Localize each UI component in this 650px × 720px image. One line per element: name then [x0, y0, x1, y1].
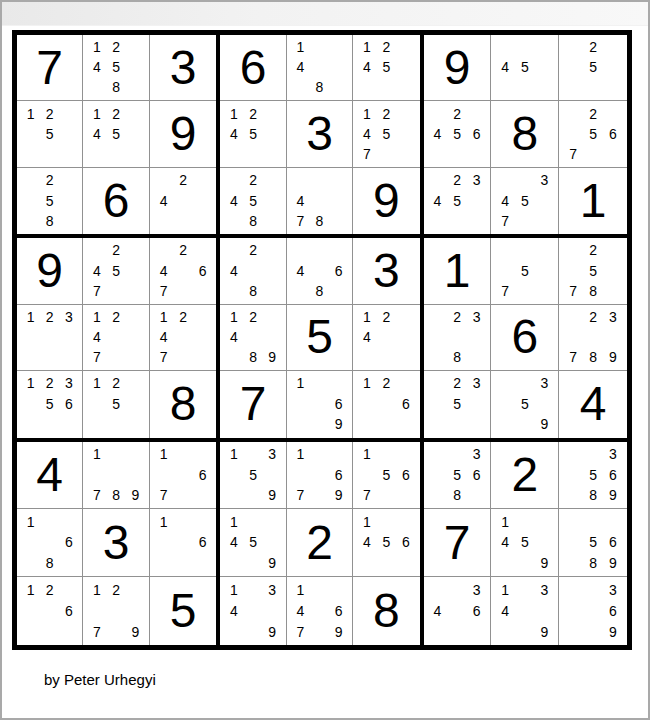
- cell-r7c4[interactable]: 1359: [220, 442, 286, 510]
- candidate-empty: [495, 373, 515, 393]
- candidate-empty: [329, 444, 348, 465]
- candidate-empty: [467, 190, 487, 210]
- candidate-grid: 45: [491, 35, 558, 100]
- candidate-digit-5: 5: [447, 464, 467, 485]
- candidate-digit-8: 8: [447, 347, 467, 367]
- candidate-digit-1: 1: [291, 579, 310, 600]
- candidate-digit-5: 5: [107, 394, 126, 414]
- cell-r3c7[interactable]: 2345: [424, 168, 492, 234]
- cell-r1c3[interactable]: 3: [150, 35, 216, 101]
- solved-digit: 5: [306, 313, 333, 361]
- candidate-digit-9: 9: [329, 414, 348, 434]
- cell-r6c7[interactable]: 235: [424, 371, 492, 437]
- candidate-empty: [396, 347, 415, 367]
- candidate-digit-3: 3: [535, 373, 555, 393]
- candidate-empty: [396, 37, 415, 57]
- candidate-empty: [329, 57, 348, 77]
- cell-r7c2[interactable]: 1789: [83, 442, 149, 510]
- candidate-digit-2: 2: [583, 103, 603, 123]
- cell-r3c8[interactable]: 3457: [491, 168, 559, 234]
- cell-r2c2[interactable]: 1245: [83, 101, 149, 167]
- cell-r1c5[interactable]: 148: [287, 35, 353, 101]
- cell-r9c1[interactable]: 126: [17, 577, 83, 645]
- candidate-empty: [396, 485, 415, 506]
- candidate-empty: [535, 37, 555, 57]
- cell-r9c6[interactable]: 8: [353, 577, 419, 645]
- candidate-digit-1: 1: [21, 307, 40, 327]
- cell-r9c5[interactable]: 14679: [287, 577, 353, 645]
- candidate-empty: [310, 621, 329, 642]
- cell-r6c6[interactable]: 126: [353, 371, 419, 437]
- candidate-empty: [263, 260, 282, 280]
- cell-r2c9[interactable]: 2567: [559, 101, 627, 167]
- candidate-digit-9: 9: [263, 553, 282, 574]
- cell-r6c5[interactable]: 169: [287, 371, 353, 437]
- cell-r3c3[interactable]: 24: [150, 168, 216, 234]
- cell-r5c2[interactable]: 1247: [83, 305, 149, 371]
- candidate-empty: [154, 532, 173, 553]
- candidate-empty: [263, 327, 282, 347]
- candidate-empty: [396, 373, 415, 393]
- candidate-empty: [126, 373, 145, 393]
- candidate-empty: [107, 621, 126, 642]
- candidate-grid: 126: [353, 371, 419, 437]
- candidate-empty: [59, 347, 78, 367]
- cell-r6c8[interactable]: 359: [491, 371, 559, 437]
- candidate-empty: [357, 464, 376, 485]
- candidate-empty: [563, 37, 583, 57]
- solved-digit: 9: [373, 177, 400, 225]
- candidate-empty: [59, 170, 78, 190]
- candidate-empty: [563, 327, 583, 347]
- cell-r1c2[interactable]: 12458: [83, 35, 149, 101]
- candidate-empty: [495, 621, 515, 642]
- cell-r4c9[interactable]: 2578: [559, 238, 627, 304]
- candidate-digit-2: 2: [377, 37, 396, 57]
- candidate-empty: [515, 511, 535, 532]
- cell-r9c9[interactable]: 369: [559, 577, 627, 645]
- cell-r4c4[interactable]: 248: [220, 238, 286, 304]
- cell-r5c9[interactable]: 23789: [559, 305, 627, 371]
- cell-r7c1[interactable]: 4: [17, 442, 83, 510]
- cell-r8c3[interactable]: 16: [150, 509, 216, 577]
- candidate-digit-9: 9: [263, 485, 282, 506]
- candidate-empty: [126, 327, 145, 347]
- cell-r7c8[interactable]: 2: [491, 442, 559, 510]
- cell-r2c6[interactable]: 12457: [353, 101, 419, 167]
- candidate-digit-8: 8: [310, 211, 329, 231]
- candidate-digit-1: 1: [87, 307, 106, 327]
- candidate-digit-4: 4: [87, 57, 106, 77]
- cell-r4c5[interactable]: 468: [287, 238, 353, 304]
- candidate-empty: [59, 579, 78, 600]
- cell-r4c1[interactable]: 9: [17, 238, 83, 304]
- candidate-empty: [126, 600, 145, 621]
- candidate-digit-8: 8: [40, 211, 59, 231]
- candidate-empty: [428, 464, 448, 485]
- candidate-empty: [173, 511, 192, 532]
- candidate-digit-2: 2: [40, 103, 59, 123]
- cell-r9c7[interactable]: 346: [424, 577, 492, 645]
- candidate-empty: [310, 373, 329, 393]
- cell-r5c5[interactable]: 5: [287, 305, 353, 371]
- candidate-empty: [193, 307, 212, 327]
- candidate-grid: 148: [287, 35, 352, 100]
- candidate-digit-4: 4: [357, 532, 376, 553]
- candidate-empty: [193, 170, 212, 190]
- candidate-empty: [154, 211, 173, 231]
- candidate-empty: [224, 553, 243, 574]
- candidate-empty: [535, 260, 555, 280]
- candidate-digit-1: 1: [21, 373, 40, 393]
- candidate-empty: [377, 144, 396, 164]
- candidate-empty: [563, 532, 583, 553]
- candidate-empty: [467, 103, 487, 123]
- candidate-empty: [224, 464, 243, 485]
- box-7: 4178916716831612612795: [17, 442, 220, 645]
- candidate-empty: [447, 144, 467, 164]
- candidate-empty: [243, 485, 262, 506]
- candidate-digit-1: 1: [224, 103, 243, 123]
- candidate-empty: [563, 579, 583, 600]
- candidate-digit-1: 1: [154, 444, 173, 465]
- candidate-empty: [21, 600, 40, 621]
- cell-r9c8[interactable]: 1349: [491, 577, 559, 645]
- candidate-digit-9: 9: [535, 621, 555, 642]
- candidate-empty: [126, 414, 145, 434]
- candidate-grid: 1459: [491, 509, 558, 576]
- candidate-grid: 1349: [491, 577, 558, 645]
- candidate-digit-5: 5: [583, 464, 603, 485]
- candidate-empty: [515, 373, 535, 393]
- candidate-empty: [603, 240, 623, 260]
- candidate-digit-2: 2: [107, 579, 126, 600]
- candidate-empty: [59, 124, 78, 144]
- candidate-digit-3: 3: [535, 579, 555, 600]
- candidate-empty: [563, 511, 583, 532]
- candidate-empty: [495, 553, 515, 574]
- cell-r1c9[interactable]: 25: [559, 35, 627, 101]
- candidate-empty: [377, 327, 396, 347]
- candidate-digit-7: 7: [291, 211, 310, 231]
- candidate-digit-5: 5: [40, 124, 59, 144]
- candidate-empty: [563, 260, 583, 280]
- candidate-digit-8: 8: [310, 281, 329, 301]
- candidate-empty: [535, 600, 555, 621]
- candidate-grid: 1789: [83, 442, 148, 509]
- candidate-empty: [87, 144, 106, 164]
- candidate-digit-8: 8: [107, 485, 126, 506]
- candidate-digit-2: 2: [40, 373, 59, 393]
- cell-r4c8[interactable]: 57: [491, 238, 559, 304]
- box-1: 712458312512459258624: [17, 35, 220, 238]
- cell-r2c3[interactable]: 9: [150, 101, 216, 167]
- candidate-grid: 1679: [287, 442, 352, 509]
- cell-r3c6[interactable]: 9: [353, 168, 419, 234]
- candidate-empty: [193, 211, 212, 231]
- box-5: 24846831248951247169126: [220, 238, 423, 441]
- candidate-empty: [428, 485, 448, 506]
- candidate-digit-3: 3: [535, 170, 555, 190]
- candidate-empty: [154, 170, 173, 190]
- cell-r7c5[interactable]: 1679: [287, 442, 353, 510]
- cell-r8c8[interactable]: 1459: [491, 509, 559, 577]
- candidate-grid: 248: [220, 238, 285, 303]
- cell-r4c3[interactable]: 2467: [150, 238, 216, 304]
- candidate-digit-5: 5: [447, 124, 467, 144]
- candidate-empty: [40, 621, 59, 642]
- candidate-empty: [563, 553, 583, 574]
- candidate-empty: [107, 347, 126, 367]
- cell-r4c7[interactable]: 1: [424, 238, 492, 304]
- candidate-empty: [357, 414, 376, 434]
- cell-r7c6[interactable]: 1567: [353, 442, 419, 510]
- candidate-digit-3: 3: [263, 444, 282, 465]
- candidate-empty: [243, 511, 262, 532]
- candidate-digit-9: 9: [263, 347, 282, 367]
- cell-r3c4[interactable]: 2458: [220, 168, 286, 234]
- cell-r3c2[interactable]: 6: [83, 168, 149, 234]
- cell-r8c6[interactable]: 1456: [353, 509, 419, 577]
- candidate-empty: [357, 347, 376, 367]
- cell-r1c4[interactable]: 6: [220, 35, 286, 101]
- cell-r6c2[interactable]: 125: [83, 371, 149, 437]
- candidate-empty: [291, 394, 310, 414]
- cell-r7c7[interactable]: 3568: [424, 442, 492, 510]
- candidate-grid: 168: [17, 509, 82, 576]
- cell-r5c4[interactable]: 12489: [220, 305, 286, 371]
- candidate-grid: 359: [491, 371, 558, 437]
- candidate-empty: [173, 464, 192, 485]
- cell-r5c1[interactable]: 123: [17, 305, 83, 371]
- candidate-empty: [428, 347, 448, 367]
- candidate-empty: [583, 511, 603, 532]
- cell-r2c4[interactable]: 1245: [220, 101, 286, 167]
- cell-r5c7[interactable]: 238: [424, 305, 492, 371]
- candidate-digit-8: 8: [583, 485, 603, 506]
- candidate-empty: [563, 307, 583, 327]
- candidate-digit-6: 6: [193, 532, 212, 553]
- cell-r1c8[interactable]: 45: [491, 35, 559, 101]
- cell-r6c1[interactable]: 12356: [17, 371, 83, 437]
- candidate-grid: 1245: [353, 35, 419, 100]
- candidate-empty: [357, 553, 376, 574]
- cell-r6c9[interactable]: 4: [559, 371, 627, 437]
- candidate-digit-2: 2: [243, 103, 262, 123]
- cell-r2c7[interactable]: 2456: [424, 101, 492, 167]
- candidate-digit-4: 4: [291, 190, 310, 210]
- candidate-empty: [377, 414, 396, 434]
- candidate-empty: [428, 327, 448, 347]
- solved-digit: 9: [444, 44, 471, 92]
- candidate-digit-5: 5: [447, 190, 467, 210]
- candidate-empty: [154, 240, 173, 260]
- cell-r7c3[interactable]: 167: [150, 442, 216, 510]
- candidate-digit-4: 4: [154, 327, 173, 347]
- candidate-empty: [583, 444, 603, 465]
- candidate-digit-1: 1: [291, 444, 310, 465]
- cell-r8c7[interactable]: 7: [424, 509, 492, 577]
- candidate-empty: [263, 511, 282, 532]
- solved-digit: 7: [36, 44, 63, 92]
- box-3: 94525245682567234534571: [424, 35, 627, 238]
- cell-r3c5[interactable]: 478: [287, 168, 353, 234]
- cell-r5c8[interactable]: 6: [491, 305, 559, 371]
- cell-r2c1[interactable]: 125: [17, 101, 83, 167]
- candidate-empty: [173, 281, 192, 301]
- candidate-empty: [224, 170, 243, 190]
- solved-digit: 4: [580, 380, 607, 428]
- candidate-empty: [467, 211, 487, 231]
- cell-r5c6[interactable]: 124: [353, 305, 419, 371]
- cell-r2c8[interactable]: 8: [491, 101, 559, 167]
- candidate-digit-7: 7: [563, 347, 583, 367]
- candidate-digit-9: 9: [329, 485, 348, 506]
- candidate-digit-2: 2: [40, 579, 59, 600]
- candidate-digit-6: 6: [193, 260, 212, 280]
- candidate-empty: [603, 77, 623, 97]
- candidate-empty: [263, 103, 282, 123]
- candidate-empty: [563, 57, 583, 77]
- candidate-empty: [21, 124, 40, 144]
- solved-digit: 8: [511, 110, 538, 158]
- candidate-empty: [310, 57, 329, 77]
- candidate-digit-7: 7: [87, 485, 106, 506]
- candidate-empty: [329, 170, 348, 190]
- candidate-empty: [603, 260, 623, 280]
- candidate-empty: [291, 281, 310, 301]
- candidate-empty: [291, 77, 310, 97]
- candidate-empty: [193, 553, 212, 574]
- candidate-empty: [447, 327, 467, 347]
- candidate-empty: [583, 600, 603, 621]
- candidate-digit-1: 1: [291, 373, 310, 393]
- cell-r3c1[interactable]: 258: [17, 168, 83, 234]
- cell-r1c7[interactable]: 9: [424, 35, 492, 101]
- cell-r9c2[interactable]: 1279: [83, 577, 149, 645]
- candidate-empty: [263, 211, 282, 231]
- cell-r4c2[interactable]: 2457: [83, 238, 149, 304]
- cell-r7c9[interactable]: 35689: [559, 442, 627, 510]
- candidate-empty: [583, 77, 603, 97]
- cell-r1c1[interactable]: 7: [17, 35, 83, 101]
- candidate-digit-2: 2: [40, 170, 59, 190]
- candidate-grid: 1245: [220, 101, 285, 166]
- box-2: 61481245124531245724584789: [220, 35, 423, 238]
- candidate-digit-2: 2: [447, 170, 467, 190]
- candidate-digit-5: 5: [377, 464, 396, 485]
- candidate-digit-3: 3: [263, 579, 282, 600]
- candidate-empty: [515, 414, 535, 434]
- candidate-grid: 12356: [17, 371, 82, 437]
- candidate-empty: [21, 532, 40, 553]
- candidate-empty: [583, 327, 603, 347]
- candidate-empty: [329, 240, 348, 260]
- candidate-empty: [107, 144, 126, 164]
- candidate-digit-2: 2: [40, 307, 59, 327]
- candidate-empty: [447, 444, 467, 465]
- cell-r5c3[interactable]: 1247: [150, 305, 216, 371]
- candidate-digit-1: 1: [224, 579, 243, 600]
- cell-r4c6[interactable]: 3: [353, 238, 419, 304]
- candidate-empty: [87, 414, 106, 434]
- candidate-empty: [263, 307, 282, 327]
- candidate-grid: 23789: [559, 305, 627, 370]
- cell-r8c9[interactable]: 5689: [559, 509, 627, 577]
- candidate-empty: [173, 327, 192, 347]
- candidate-empty: [563, 621, 583, 642]
- candidate-empty: [428, 144, 448, 164]
- candidate-empty: [40, 511, 59, 532]
- candidate-empty: [396, 103, 415, 123]
- candidate-empty: [447, 579, 467, 600]
- candidate-digit-1: 1: [357, 37, 376, 57]
- candidate-digit-4: 4: [87, 260, 106, 280]
- cell-r2c5[interactable]: 3: [287, 101, 353, 167]
- solved-digit: 3: [306, 110, 333, 158]
- cell-r8c4[interactable]: 1459: [220, 509, 286, 577]
- candidate-digit-5: 5: [583, 532, 603, 553]
- candidate-empty: [224, 281, 243, 301]
- candidate-digit-7: 7: [291, 621, 310, 642]
- candidate-empty: [126, 444, 145, 465]
- cell-r3c9[interactable]: 1: [559, 168, 627, 234]
- cell-r9c3[interactable]: 5: [150, 577, 216, 645]
- candidate-empty: [263, 600, 282, 621]
- candidate-grid: 14679: [287, 577, 352, 645]
- candidate-empty: [126, 347, 145, 367]
- candidate-empty: [603, 511, 623, 532]
- candidate-digit-9: 9: [535, 414, 555, 434]
- cell-r6c4[interactable]: 7: [220, 371, 286, 437]
- cell-r8c2[interactable]: 3: [83, 509, 149, 577]
- candidate-empty: [495, 260, 515, 280]
- candidate-digit-4: 4: [357, 327, 376, 347]
- candidate-empty: [357, 77, 376, 97]
- cell-r6c3[interactable]: 8: [150, 371, 216, 437]
- cell-r8c1[interactable]: 168: [17, 509, 83, 577]
- candidate-digit-7: 7: [87, 347, 106, 367]
- candidate-empty: [126, 579, 145, 600]
- box-4: 92457246712312471247123561258: [17, 238, 220, 441]
- candidate-empty: [243, 144, 262, 164]
- candidate-empty: [310, 444, 329, 465]
- candidate-empty: [563, 444, 583, 465]
- candidate-empty: [243, 579, 262, 600]
- candidate-empty: [428, 414, 448, 434]
- candidate-empty: [243, 600, 262, 621]
- candidate-digit-1: 1: [154, 307, 173, 327]
- candidate-digit-7: 7: [357, 485, 376, 506]
- cell-r9c4[interactable]: 1349: [220, 577, 286, 645]
- candidate-empty: [263, 190, 282, 210]
- solved-digit: 7: [240, 380, 267, 428]
- candidate-empty: [126, 307, 145, 327]
- candidate-empty: [428, 394, 448, 414]
- solved-digit: 3: [373, 247, 400, 295]
- candidate-digit-2: 2: [583, 240, 603, 260]
- candidate-empty: [126, 57, 145, 77]
- candidate-empty: [87, 600, 106, 621]
- cell-r8c5[interactable]: 2: [287, 509, 353, 577]
- candidate-empty: [563, 464, 583, 485]
- candidate-empty: [515, 211, 535, 231]
- cell-r1c6[interactable]: 1245: [353, 35, 419, 101]
- candidate-digit-2: 2: [377, 373, 396, 393]
- solved-digit: 1: [580, 177, 607, 225]
- candidate-empty: [535, 511, 555, 532]
- candidate-empty: [535, 211, 555, 231]
